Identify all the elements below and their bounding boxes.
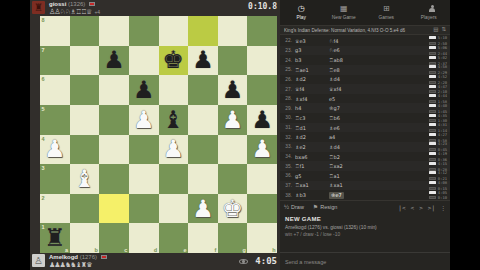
square-c5[interactable] [99, 105, 129, 135]
square-c2[interactable] [99, 194, 129, 224]
square-c4[interactable] [99, 135, 129, 165]
piece-white-pawn[interactable]: ♟ [218, 105, 248, 135]
player-rating: (1326) [68, 1, 85, 7]
piece-white-bishop[interactable]: ♝ [70, 164, 100, 194]
white-move[interactable]: g5 [295, 173, 329, 179]
black-move[interactable]: ♖b2 [329, 154, 363, 160]
white-move[interactable]: h4 [295, 105, 329, 111]
square-g6[interactable]: ♟ [218, 75, 248, 105]
piece-black-pawn[interactable]: ♟ [218, 75, 248, 105]
file-label: f [214, 247, 216, 253]
square-h7[interactable] [247, 46, 277, 76]
file-label: e [184, 247, 187, 253]
square-e8[interactable] [159, 16, 189, 46]
material-advantage: +4 [94, 9, 100, 15]
square-h1[interactable]: h [247, 223, 277, 253]
black-move[interactable]: e5 [329, 96, 363, 102]
square-a7[interactable]: 7 [40, 46, 70, 76]
side-panel: ◷ Play ▦ New Game ⊞ Games Players [280, 0, 450, 270]
resign-label: Resign [320, 204, 337, 210]
move-number: 34. [283, 154, 295, 159]
book-icon[interactable]: ▤ [433, 27, 438, 33]
move-row: 35. ♖f1 ♖xa2 4:15 0:28 [280, 161, 450, 171]
avatar[interactable]: ♙ [32, 254, 45, 267]
white-time: 4:19 [438, 151, 447, 156]
tab-new-game[interactable]: ▦ New Game [323, 0, 366, 25]
black-move[interactable]: ♗d4 [329, 144, 363, 150]
square-d7[interactable] [129, 46, 159, 76]
piece-white-pawn[interactable]: ♟ [188, 194, 218, 224]
last-move-button[interactable]: >| [428, 204, 435, 211]
white-time: 4:23 [438, 141, 447, 146]
move-row: 33. ♗e2 ♗d4 4:23 0:45 [280, 142, 450, 152]
country-flag-icon [89, 2, 95, 6]
move-row: 26. ♗d2 ♗d4 4:52 2:20 [280, 75, 450, 85]
matchup-text: Amelkogd (1276) vs. giossi (1326) (10 mi… [285, 225, 445, 230]
square-g3[interactable] [218, 164, 248, 194]
white-time-bar [429, 114, 436, 117]
white-time-bar [429, 171, 436, 174]
white-move[interactable]: ♗d2 [295, 76, 329, 82]
white-time-bar [429, 162, 436, 165]
opening-row: King's Indian Defense: Normal Variation,… [280, 26, 450, 35]
piece-black-pawn[interactable]: ♟ [99, 46, 129, 76]
white-move[interactable]: ♗e2 [295, 144, 329, 150]
rank-label: 7 [42, 47, 45, 53]
move-row: 31. ♖d1 ♗e6 4:31 1:14 [280, 123, 450, 133]
square-a4[interactable]: 4♟ [40, 135, 70, 165]
white-move[interactable]: ♕e3 [295, 38, 329, 44]
black-move[interactable]: ♗xa1 [329, 182, 363, 188]
square-c7[interactable]: ♟ [99, 46, 129, 76]
captured-pieces: ♟♟♟♞♞♝♜♛ [49, 261, 91, 269]
square-c6[interactable] [99, 75, 129, 105]
white-clock: 4:05 [255, 256, 277, 266]
white-time: 4:27 [438, 132, 447, 137]
black-move[interactable]: ♔e7 [329, 192, 344, 199]
black-move[interactable]: ♖b6 [329, 115, 363, 121]
game-controls: ½ Draw ⚑ Resign |< < > >| ⋮ [280, 200, 450, 213]
square-h6[interactable] [247, 75, 277, 105]
chess-board[interactable]: 87♟♚♟6♟♟5♟♝♟♟4♟♟♟3♝2♟♚1a♜bcdefgh [40, 16, 277, 253]
move-number: 28. [283, 96, 295, 101]
white-time-bar [429, 181, 436, 184]
move-number: 29. [283, 106, 295, 111]
white-time: 4:35 [438, 113, 447, 118]
white-time-bar [429, 142, 436, 145]
move-number: 27. [283, 87, 295, 92]
square-g2[interactable]: ♚ [218, 194, 248, 224]
square-d6[interactable]: ♟ [129, 75, 159, 105]
move-row: 25. ♖ae1 ♖e8 4:58 2:29 [280, 65, 450, 75]
square-g5[interactable]: ♟ [218, 105, 248, 135]
white-move[interactable]: ♗xf4 [295, 96, 329, 102]
square-g4[interactable] [218, 135, 248, 165]
white-move[interactable]: bxa6 [295, 154, 329, 160]
player-name[interactable]: giossi (1326) [49, 1, 95, 7]
square-d1[interactable]: d [129, 223, 159, 253]
piece-black-king[interactable]: ♚ [159, 46, 189, 76]
player-name-text: Amelkogd [49, 254, 78, 260]
move-number: 31. [283, 125, 295, 130]
avatar[interactable]: ♜ [32, 1, 45, 14]
tab-games[interactable]: ⊞ Games [365, 0, 408, 25]
move-row: 23. g3 ♘e6 5:06 2:44 [280, 46, 450, 56]
white-time-bar [429, 191, 436, 194]
piece-white-pawn[interactable]: ♟ [247, 135, 277, 165]
piece-white-pawn[interactable]: ♟ [129, 105, 159, 135]
white-time-bar [429, 85, 436, 88]
square-b8[interactable] [70, 16, 100, 46]
black-move[interactable]: a4 [329, 134, 363, 140]
square-f8[interactable] [188, 16, 218, 46]
move-navigation: |< < > >| ⋮ [398, 204, 446, 211]
file-label: c [124, 247, 127, 253]
white-time: 5:06 [438, 45, 447, 50]
rank-label: 2 [42, 195, 45, 201]
white-move[interactable]: g3 [295, 47, 329, 53]
square-d2[interactable] [129, 194, 159, 224]
panel-tabs: ◷ Play ▦ New Game ⊞ Games Players [280, 0, 450, 26]
square-a3[interactable]: 3 [40, 164, 70, 194]
piece-white-king[interactable]: ♚ [218, 194, 248, 224]
square-f7[interactable]: ♟ [188, 46, 218, 76]
square-f5[interactable] [188, 105, 218, 135]
black-move[interactable]: ♘e6 [329, 47, 363, 53]
square-a5[interactable]: 5 [40, 105, 70, 135]
black-clock: 0:10.8 [248, 2, 277, 11]
square-g8[interactable] [218, 16, 248, 46]
player-name[interactable]: Amelkogd (1276) [49, 254, 107, 260]
move-row: 29. h4 ♔g7 4:40 1:45 [280, 103, 450, 113]
square-b4[interactable] [70, 135, 100, 165]
square-g7[interactable] [218, 46, 248, 76]
white-time-bar [429, 65, 436, 68]
square-h4[interactable]: ♟ [247, 135, 277, 165]
move-number: 36. [283, 173, 295, 178]
black-move[interactable]: ♗e6 [329, 125, 363, 131]
white-time-bar [429, 46, 436, 49]
move-number: 35. [283, 164, 295, 169]
white-time: 4:08 [438, 180, 447, 185]
move-number: 37. [283, 183, 295, 188]
piece-black-pawn[interactable]: ♟ [247, 105, 277, 135]
piece-black-pawn[interactable]: ♟ [129, 75, 159, 105]
square-b2[interactable] [70, 194, 100, 224]
file-label: g [243, 247, 246, 253]
new-game-title: NEW GAME [285, 216, 445, 222]
white-time: 4:40 [438, 103, 447, 108]
white-time-bar [429, 104, 436, 107]
tab-label: New Game [332, 15, 356, 20]
move-number: 33. [283, 144, 295, 149]
square-d5[interactable]: ♟ [129, 105, 159, 135]
square-e7[interactable]: ♚ [159, 46, 189, 76]
new-game-section: NEW GAME Amelkogd (1276) vs. giossi (132… [280, 214, 450, 239]
square-a6[interactable]: 6 [40, 75, 70, 105]
move-row: 22. ♕e3 ♘f4 5:10 2:50 [280, 36, 450, 46]
white-time: 4:58 [438, 64, 447, 69]
move-row: 30. ♖c3 ♖b6 4:35 1:30 [280, 113, 450, 123]
move-row: 38. ♗b3 ♔e7 4:05 0:10 [280, 190, 450, 200]
piece-black-rook[interactable]: ♜ [40, 223, 70, 253]
tab-label: Games [379, 15, 394, 20]
white-time-bar [429, 152, 436, 155]
square-h2[interactable] [247, 194, 277, 224]
move-number: 30. [283, 115, 295, 120]
square-a2[interactable]: 2 [40, 194, 70, 224]
game-area: ♜ giossi (1326) ♙♙♘♘♗♖♖♕ +4 0:10.8 87♟♚♟… [30, 0, 450, 270]
black-move[interactable]: ♖a1 [329, 173, 363, 179]
square-e6[interactable] [159, 75, 189, 105]
file-label: d [154, 247, 157, 253]
black-move[interactable]: ♘f4 [329, 38, 363, 44]
prev-move-button[interactable]: < [411, 204, 415, 211]
white-time: 5:10 [438, 36, 447, 40]
move-row: 27. ♕f4 ♕xf4 4:47 2:10 [280, 84, 450, 94]
square-d4[interactable] [129, 135, 159, 165]
board-icon: ▦ [340, 5, 348, 14]
white-time: 4:15 [438, 161, 447, 166]
top-player-bar: ♜ giossi (1326) ♙♙♘♘♗♖♖♕ +4 [32, 0, 276, 15]
chat-box: Send a message [280, 252, 450, 270]
half-point-icon: ½ [284, 204, 289, 210]
opening-name: King's Indian Defense: Normal Variation,… [284, 28, 430, 33]
file-label: h [272, 247, 275, 253]
captured-glyphs: ♟♟♟♞♞♝♜♛ [49, 261, 91, 268]
square-a1[interactable]: 1a♜ [40, 223, 70, 253]
move-times: 4:05 0:10 [429, 190, 447, 200]
square-h8[interactable] [247, 16, 277, 46]
move-number: 24. [283, 58, 295, 63]
tab-label: Play [297, 15, 306, 20]
white-time-bar [429, 94, 436, 97]
square-b7[interactable] [70, 46, 100, 76]
white-time: 5:02 [438, 55, 447, 60]
square-g1[interactable]: g [218, 223, 248, 253]
tab-label: Players [421, 15, 437, 20]
move-number: 23. [283, 48, 295, 53]
square-e3[interactable] [159, 164, 189, 194]
square-e5[interactable]: ♝ [159, 105, 189, 135]
black-move[interactable]: ♖ab8 [329, 57, 363, 63]
white-move[interactable]: ♕f4 [295, 86, 329, 92]
square-c3[interactable] [99, 164, 129, 194]
white-time: 4:52 [438, 74, 447, 79]
square-e2[interactable] [159, 194, 189, 224]
country-flag-icon [101, 255, 107, 259]
square-e1[interactable]: e [159, 223, 189, 253]
captured-pieces: ♙♙♘♘♗♖♖♕ +4 [49, 8, 100, 16]
move-number: 25. [283, 67, 295, 72]
white-move[interactable]: b3 [295, 57, 329, 63]
move-row: 34. bxa6 ♖b2 4:19 0:36 [280, 152, 450, 162]
square-f3[interactable] [188, 164, 218, 194]
black-move[interactable]: ♖xa2 [329, 163, 363, 169]
resign-button[interactable]: ⚑ Resign [313, 204, 338, 210]
move-row: 32. ♗d2 a4 4:27 0:58 [280, 132, 450, 142]
square-h5[interactable]: ♟ [247, 105, 277, 135]
app-window: ♜ giossi (1326) ♙♙♘♘♗♖♖♕ +4 0:10.8 87♟♚♟… [0, 0, 480, 270]
square-f6[interactable] [188, 75, 218, 105]
white-time: 4:05 [438, 190, 447, 195]
move-row: 36. g5 ♖a1 4:12 0:21 [280, 171, 450, 181]
move-list[interactable]: 22. ♕e3 ♘f4 5:10 2:50 23. g3 ♘e6 5:06 2:… [280, 36, 450, 200]
chat-input[interactable]: Send a message [285, 259, 326, 265]
tab-play[interactable]: ◷ Play [280, 0, 323, 25]
square-f1[interactable]: f [188, 223, 218, 253]
white-time-bar [429, 133, 436, 136]
square-b6[interactable] [70, 75, 100, 105]
move-number: 38. [283, 193, 295, 198]
next-move-button[interactable]: > [419, 204, 423, 211]
square-f2[interactable]: ♟ [188, 194, 218, 224]
square-c8[interactable] [99, 16, 129, 46]
white-time: 4:12 [438, 170, 447, 175]
black-move[interactable]: ♗d4 [329, 76, 363, 82]
piece-white-pawn[interactable]: ♟ [159, 135, 189, 165]
white-time-bar [429, 75, 436, 78]
move-number: 22. [283, 38, 295, 43]
white-time-bar [429, 36, 436, 39]
file-label: b [94, 247, 97, 253]
move-number: 32. [283, 135, 295, 140]
flag-icon: ⚑ [313, 204, 318, 210]
spectators-icon [239, 259, 248, 264]
white-move[interactable]: ♖c3 [295, 115, 329, 121]
tab-players[interactable]: Players [408, 0, 451, 25]
rank-label: 6 [42, 76, 45, 82]
first-move-button[interactable]: |< [398, 204, 405, 211]
move-row: 37. ♖xa1 ♗xa1 4:08 0:15 [280, 181, 450, 191]
white-time: 4:47 [438, 84, 447, 89]
square-f4[interactable] [188, 135, 218, 165]
white-move[interactable]: ♗d2 [295, 134, 329, 140]
square-d3[interactable] [129, 164, 159, 194]
black-move[interactable]: ♖e8 [329, 67, 363, 73]
clock-icon: ◷ [298, 5, 305, 14]
square-e4[interactable]: ♟ [159, 135, 189, 165]
draw-button[interactable]: ½ Draw [284, 204, 304, 210]
piece-black-bishop[interactable]: ♝ [159, 105, 189, 135]
rank-label: 8 [42, 17, 45, 23]
piece-white-pawn[interactable]: ♟ [40, 135, 70, 165]
square-c1[interactable]: c [99, 223, 129, 253]
rank-label: 5 [42, 106, 45, 112]
move-row: 24. b3 ♖ab8 5:02 2:37 [280, 55, 450, 65]
square-b5[interactable] [70, 105, 100, 135]
white-move[interactable]: ♖ae1 [295, 67, 329, 73]
square-h3[interactable] [247, 164, 277, 194]
square-a8[interactable]: 8 [40, 16, 70, 46]
white-move[interactable]: ♗b3 [295, 192, 329, 198]
square-b1[interactable]: b [70, 223, 100, 253]
white-move[interactable]: ♖d1 [295, 125, 329, 131]
player-name-text: giossi [49, 1, 66, 7]
square-d8[interactable] [129, 16, 159, 46]
grid-icon: ⊞ [383, 5, 390, 14]
flip-board-icon[interactable]: ⇅ [441, 27, 446, 33]
white-move[interactable]: ♖f1 [295, 163, 329, 169]
move-row: 28. ♗xf4 e5 4:44 1:58 [280, 94, 450, 104]
rank-label: 3 [42, 165, 45, 171]
black-move[interactable]: ♔g7 [329, 105, 363, 111]
white-move[interactable]: ♖xa1 [295, 182, 329, 188]
player-rating: (1276) [80, 254, 97, 260]
more-options-icon[interactable]: ⋮ [440, 204, 446, 211]
white-time-bar [429, 123, 436, 126]
draw-label: Draw [291, 204, 304, 210]
piece-black-pawn[interactable]: ♟ [188, 46, 218, 76]
square-b3[interactable]: ♝ [70, 164, 100, 194]
black-move[interactable]: ♕xf4 [329, 86, 363, 92]
captured-glyphs: ♙♙♘♘♗♖♖♕ [49, 8, 91, 15]
white-time: 4:31 [438, 122, 447, 127]
white-time: 4:44 [438, 93, 447, 98]
rating-change-text: win +7 / draw -1 / lose -10 [285, 232, 445, 237]
white-time-bar [429, 56, 436, 59]
move-number: 26. [283, 77, 295, 82]
